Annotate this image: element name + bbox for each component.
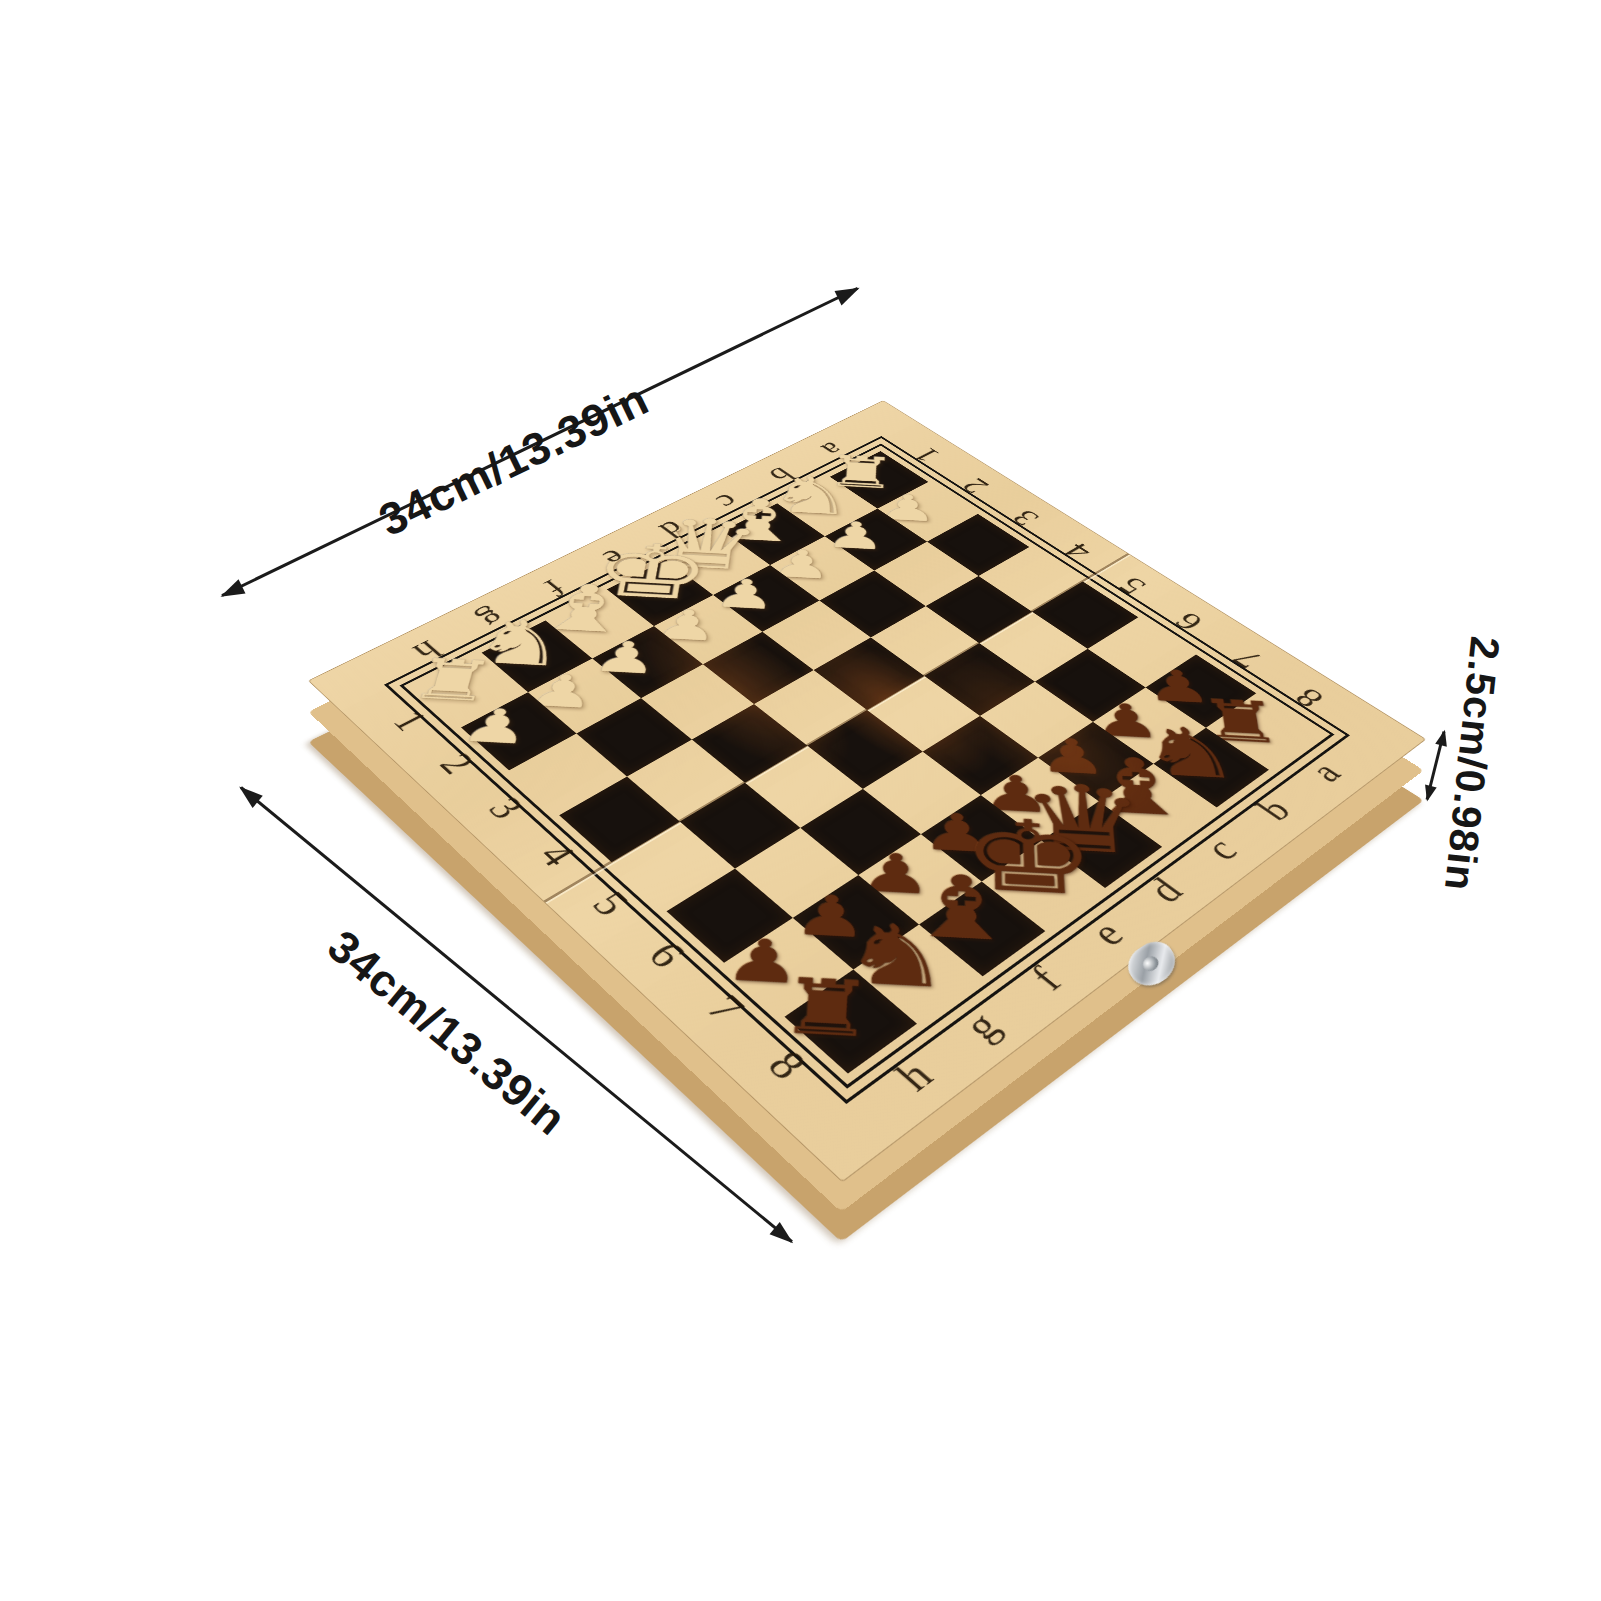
product-photo: 34cm/13.39in 34cm/13.39in 2.5cm/0.98in ♜…	[0, 0, 1601, 1601]
piece-h2-light-pawn: ♟	[429, 701, 561, 753]
thickness-dimension-arrow	[1426, 731, 1446, 800]
thickness-dimension-label: 2.5cm/0.98in	[1433, 612, 1510, 915]
